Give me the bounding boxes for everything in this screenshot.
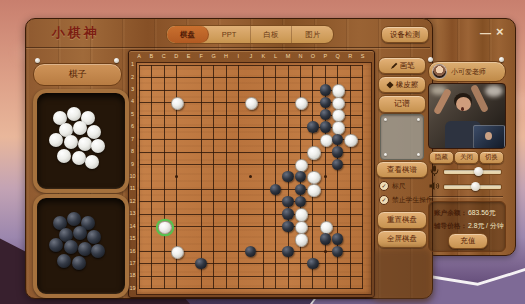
board-column-label: S xyxy=(358,54,367,60)
board-row-label: 14 xyxy=(129,224,137,230)
account-panel: 账户余额： 683.56元 辅导价格： 2.8元 / 分钟 充值 xyxy=(428,201,506,252)
eraser-icon xyxy=(386,81,394,89)
board-row-label: 19 xyxy=(129,286,137,292)
board-column-label: I xyxy=(234,54,243,60)
screw-icon xyxy=(384,153,387,156)
checkbox-icon: ✓ xyxy=(379,181,389,191)
mic-volume-slider[interactable] xyxy=(443,169,502,175)
lock-students-checkbox-label: 禁止学生操作 xyxy=(392,197,433,204)
tab-ppt[interactable]: PPT xyxy=(209,26,251,43)
board-column-label: H xyxy=(221,54,230,60)
hide-video-button[interactable]: 隐藏 xyxy=(429,151,454,164)
microphone-icon xyxy=(430,165,439,177)
board-row-label: 4 xyxy=(129,99,137,105)
video-light xyxy=(485,85,503,97)
eraser-button[interactable]: 橡皮擦 xyxy=(378,76,426,93)
price-row: 辅导价格： 2.8元 / 分钟 xyxy=(434,223,503,230)
video-pip xyxy=(473,125,505,149)
tray-stone[interactable] xyxy=(72,151,86,165)
stone-black-M13[interactable] xyxy=(282,208,293,219)
tab-bar: 棋盘 PPT 白板 图片 xyxy=(166,25,334,44)
speaker-volume-knob[interactable] xyxy=(471,182,480,191)
go-board[interactable]: ABCDEFGHIJKLMNOPQRS123456789101112131415… xyxy=(136,62,372,295)
stone-white-Q3[interactable] xyxy=(332,84,345,97)
board-column-label: A xyxy=(135,54,144,60)
stone-white-P14[interactable] xyxy=(320,221,333,234)
stone-black-P3[interactable] xyxy=(320,84,331,95)
board-row-label: 3 xyxy=(129,87,137,93)
speaker-volume-slider[interactable] xyxy=(443,184,502,190)
tray-stone[interactable] xyxy=(49,133,63,147)
board-column-label: L xyxy=(271,54,280,60)
board-column-label: R xyxy=(346,54,355,60)
eraser-button-label: 橡皮擦 xyxy=(396,81,419,89)
stone-white-R7[interactable] xyxy=(344,134,357,147)
board-row-label: 11 xyxy=(129,186,137,192)
stone-black-M14[interactable] xyxy=(282,221,293,232)
stone-white-O11[interactable] xyxy=(307,184,320,197)
switch-video-button[interactable]: 切换 xyxy=(479,151,504,164)
tray-stone[interactable] xyxy=(73,226,87,240)
stone-white-O8[interactable] xyxy=(307,146,320,159)
teacher-name: 小可爱老师 xyxy=(451,68,486,75)
board-column-label: Q xyxy=(333,54,342,60)
board-column-label: N xyxy=(296,54,305,60)
reset-board-button[interactable]: 重置棋盘 xyxy=(377,211,427,229)
account-balance-label: 账户余额： xyxy=(434,210,467,217)
tray-stone[interactable] xyxy=(72,256,86,270)
screw-icon xyxy=(114,58,119,63)
black-stones-tray[interactable] xyxy=(33,194,129,298)
board-row-label: 7 xyxy=(129,137,137,143)
video-pip-face xyxy=(485,132,492,140)
stones-tray-label: 棋子 xyxy=(33,63,122,86)
board-column-label: D xyxy=(172,54,181,60)
board-row-label: 8 xyxy=(129,149,137,155)
stone-white-N13[interactable] xyxy=(295,208,308,221)
view-record-button[interactable]: 查看棋谱 xyxy=(376,161,428,178)
board-row-label: 10 xyxy=(129,174,137,180)
screw-icon xyxy=(35,58,40,63)
tray-stone[interactable] xyxy=(87,230,101,244)
stone-white-C14[interactable] xyxy=(158,221,171,234)
tray-stone[interactable] xyxy=(85,155,99,169)
tray-stone[interactable] xyxy=(64,240,78,254)
tab-board[interactable]: 棋盘 xyxy=(167,26,209,43)
stone-white-N4[interactable] xyxy=(295,97,308,110)
panel-divider xyxy=(429,196,503,197)
pencil-icon xyxy=(390,62,398,70)
board-column-label: F xyxy=(197,54,206,60)
recharge-button[interactable]: 充值 xyxy=(448,233,488,249)
stone-white-N15[interactable] xyxy=(295,233,308,246)
screw-icon xyxy=(384,118,387,121)
star-point xyxy=(324,250,327,253)
board-column-label: P xyxy=(321,54,330,60)
app-logo: 小棋神 xyxy=(52,26,100,39)
tray-stone[interactable] xyxy=(78,137,92,151)
stone-black-O6[interactable] xyxy=(307,121,318,132)
account-balance-row: 账户余额： 683.56元 xyxy=(434,210,496,217)
desktop: 小棋神 棋盘 PPT 白板 图片 设备检测 — × 棋子 ABCDEFGHIJK… xyxy=(0,0,525,304)
board-row-label: 9 xyxy=(129,162,137,168)
fullscreen-board-button[interactable]: 全屏棋盘 xyxy=(377,230,427,248)
board-column-label: O xyxy=(308,54,317,60)
checkbox-icon: ✓ xyxy=(379,195,389,205)
stone-black-Q8[interactable] xyxy=(332,146,343,157)
tray-stone[interactable] xyxy=(87,125,101,139)
tray-stone[interactable] xyxy=(57,149,71,163)
blurred-overlay xyxy=(372,248,432,302)
lock-students-checkbox[interactable]: ✓ 禁止学生操作 xyxy=(379,195,433,205)
screw-icon xyxy=(417,118,420,121)
teacher-video xyxy=(428,83,506,149)
board-row-label: 5 xyxy=(129,112,137,118)
tray-stone[interactable] xyxy=(67,212,81,226)
ruler-checkbox-label: 标尺 xyxy=(392,183,406,190)
stone-black-M16[interactable] xyxy=(282,246,293,257)
stone-white-D16[interactable] xyxy=(171,246,184,259)
board-row-label: 1 xyxy=(129,62,137,68)
close-button[interactable]: × xyxy=(496,24,504,39)
tray-stone[interactable] xyxy=(91,244,105,258)
device-check-button[interactable]: 设备检测 xyxy=(381,26,429,43)
tray-stone[interactable] xyxy=(91,139,105,153)
account-balance-value: 683.56元 xyxy=(468,210,496,217)
mic-volume-knob[interactable] xyxy=(474,167,483,176)
minimize-button[interactable]: — xyxy=(480,27,491,39)
price-label: 辅导价格： xyxy=(434,223,467,230)
board-row-label: 2 xyxy=(129,75,137,81)
board-column-label: C xyxy=(159,54,168,60)
stone-black-M12[interactable] xyxy=(282,196,293,207)
record-moves-button[interactable]: 记谱 xyxy=(378,95,426,113)
pen-button-label: 画笔 xyxy=(400,62,415,70)
board-row-label: 17 xyxy=(129,261,137,267)
stone-white-D4[interactable] xyxy=(171,97,184,110)
board-column-label: G xyxy=(209,54,218,60)
tab-images[interactable]: 图片 xyxy=(292,26,333,43)
teacher-info-pill: 小可爱老师 xyxy=(428,61,506,82)
video-subject xyxy=(461,107,464,111)
ruler-checkbox[interactable]: ✓ 标尺 xyxy=(379,181,406,191)
board-row-label: 15 xyxy=(129,236,137,242)
avatar xyxy=(432,64,447,79)
tray-stone[interactable] xyxy=(57,254,71,268)
board-row-label: 16 xyxy=(129,249,137,255)
stone-black-P4[interactable] xyxy=(320,97,331,108)
stone-white-O10[interactable] xyxy=(307,171,320,184)
titlebar-divider xyxy=(26,47,430,48)
tray-stone[interactable] xyxy=(49,238,63,252)
close-video-button[interactable]: 关闭 xyxy=(454,151,479,164)
board-row-label: 18 xyxy=(129,273,137,279)
tray-stone[interactable] xyxy=(64,135,78,149)
board-column-label: K xyxy=(259,54,268,60)
stone-black-P6[interactable] xyxy=(320,121,331,132)
screw-icon xyxy=(417,153,420,156)
board-column-label: J xyxy=(246,54,255,60)
pen-button[interactable]: 画笔 xyxy=(378,57,426,74)
tray-stone[interactable] xyxy=(67,107,81,121)
tray-stone[interactable] xyxy=(78,242,92,256)
tab-whiteboard[interactable]: 白板 xyxy=(251,26,293,43)
stone-black-P15[interactable] xyxy=(320,233,331,244)
board-column-label: M xyxy=(284,54,293,60)
board-row-label: 6 xyxy=(129,124,137,130)
go-board-frame: ABCDEFGHIJKLMNOPQRS123456789101112131415… xyxy=(128,50,375,298)
white-stones-tray[interactable] xyxy=(33,89,129,193)
board-row-label: 12 xyxy=(129,199,137,205)
speaker-icon xyxy=(429,181,440,191)
tray-stone[interactable] xyxy=(73,121,87,135)
board-row-label: 13 xyxy=(129,211,137,217)
board-column-label: B xyxy=(147,54,156,60)
stone-black-O17[interactable] xyxy=(307,258,318,269)
board-minimap[interactable] xyxy=(380,114,424,160)
stone-black-Q15[interactable] xyxy=(332,233,343,244)
board-column-label: E xyxy=(184,54,193,60)
price-value: 2.8元 / 分钟 xyxy=(468,223,504,230)
stone-black-N11[interactable] xyxy=(295,184,306,195)
